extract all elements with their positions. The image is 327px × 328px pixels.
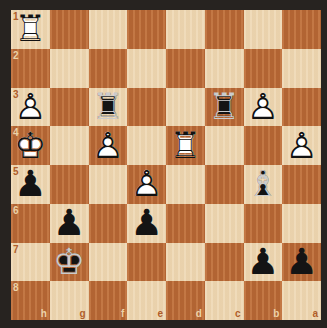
square-b2[interactable] [244, 49, 283, 88]
file-label-b: b [273, 308, 279, 319]
square-g2[interactable] [50, 49, 89, 88]
square-a5[interactable] [282, 165, 321, 204]
square-a2[interactable] [282, 49, 321, 88]
square-h4[interactable]: 4♚♔ [11, 126, 50, 165]
square-g3[interactable] [50, 88, 89, 127]
square-d6[interactable] [166, 204, 205, 243]
white-pawn[interactable]: ♟♙ [127, 165, 166, 204]
square-c3[interactable]: ♜♖ [205, 88, 244, 127]
square-a3[interactable] [282, 88, 321, 127]
square-b1[interactable] [244, 10, 283, 49]
square-e7[interactable] [127, 243, 166, 282]
square-c7[interactable] [205, 243, 244, 282]
square-f3[interactable]: ♜♖ [89, 88, 128, 127]
black-bishop[interactable]: ♝♗ [244, 165, 283, 204]
square-a7[interactable]: ♟ [282, 243, 321, 282]
square-c5[interactable] [205, 165, 244, 204]
square-a1[interactable] [282, 10, 321, 49]
square-e2[interactable] [127, 49, 166, 88]
square-f5[interactable] [89, 165, 128, 204]
black-pawn[interactable]: ♟ [282, 243, 321, 282]
square-h2[interactable]: 2 [11, 49, 50, 88]
file-label-f: f [121, 308, 124, 319]
rank-label-7: 7 [13, 244, 19, 255]
square-f7[interactable] [89, 243, 128, 282]
piece-glyph-outline: ♔ [14, 128, 46, 164]
file-label-d: d [196, 308, 202, 319]
square-g5[interactable] [50, 165, 89, 204]
square-d1[interactable] [166, 10, 205, 49]
piece-glyph-fill: ♟ [130, 205, 162, 241]
piece-glyph-detail: ♔ [53, 244, 85, 280]
square-a4[interactable]: ♟♙ [282, 126, 321, 165]
black-pawn[interactable]: ♟ [11, 165, 50, 204]
square-d5[interactable] [166, 165, 205, 204]
piece-glyph-outline: ♖ [169, 128, 201, 164]
square-h3[interactable]: 3♟♙ [11, 88, 50, 127]
white-rook[interactable]: ♜♖ [11, 10, 50, 49]
piece-glyph-outline: ♙ [92, 128, 124, 164]
rank-label-2: 2 [13, 50, 19, 61]
square-h1[interactable]: 1♜♖ [11, 10, 50, 49]
square-h6[interactable]: 6 [11, 204, 50, 243]
square-e8[interactable]: e [127, 281, 166, 320]
square-b7[interactable]: ♟ [244, 243, 283, 282]
piece-glyph-outline: ♙ [285, 128, 317, 164]
chess-board: 1♜♖23♟♙♜♖♜♖♟♙4♚♔♟♙♜♖♟♙5♟♟♙♝♗6♟♟7♚♔♟♟8hgf… [11, 10, 321, 320]
square-e5[interactable]: ♟♙ [127, 165, 166, 204]
white-pawn[interactable]: ♟♙ [282, 126, 321, 165]
rank-label-8: 8 [13, 282, 19, 293]
black-king[interactable]: ♚♔ [50, 243, 89, 282]
square-h8[interactable]: 8h [11, 281, 50, 320]
white-pawn[interactable]: ♟♙ [89, 126, 128, 165]
square-b8[interactable]: b [244, 281, 283, 320]
piece-glyph-fill: ♟ [285, 244, 317, 280]
square-g4[interactable] [50, 126, 89, 165]
square-a8[interactable]: a [282, 281, 321, 320]
square-c6[interactable] [205, 204, 244, 243]
square-a6[interactable] [282, 204, 321, 243]
piece-glyph-detail: ♗ [247, 166, 279, 202]
square-g8[interactable]: g [50, 281, 89, 320]
square-c4[interactable] [205, 126, 244, 165]
square-g7[interactable]: ♚♔ [50, 243, 89, 282]
piece-glyph-fill: ♟ [14, 166, 46, 202]
square-h7[interactable]: 7 [11, 243, 50, 282]
white-pawn[interactable]: ♟♙ [244, 88, 283, 127]
piece-glyph-detail: ♖ [208, 89, 240, 125]
square-d4[interactable]: ♜♖ [166, 126, 205, 165]
piece-glyph-fill: ♟ [247, 244, 279, 280]
chess-board-screen: 1♜♖23♟♙♜♖♜♖♟♙4♚♔♟♙♜♖♟♙5♟♟♙♝♗6♟♟7♚♔♟♟8hgf… [0, 0, 327, 328]
square-c8[interactable]: c [205, 281, 244, 320]
piece-glyph-detail: ♖ [92, 89, 124, 125]
square-e4[interactable] [127, 126, 166, 165]
white-pawn[interactable]: ♟♙ [11, 88, 50, 127]
file-label-g: g [79, 308, 85, 319]
square-b5[interactable]: ♝♗ [244, 165, 283, 204]
square-b4[interactable] [244, 126, 283, 165]
piece-glyph-outline: ♖ [14, 11, 46, 47]
square-f1[interactable] [89, 10, 128, 49]
black-pawn[interactable]: ♟ [244, 243, 283, 282]
white-rook[interactable]: ♜♖ [166, 126, 205, 165]
black-pawn[interactable]: ♟ [50, 204, 89, 243]
square-g1[interactable] [50, 10, 89, 49]
white-king[interactable]: ♚♔ [11, 126, 50, 165]
square-f6[interactable] [89, 204, 128, 243]
piece-glyph-outline: ♙ [14, 89, 46, 125]
piece-glyph-fill: ♟ [53, 205, 85, 241]
square-h5[interactable]: 5♟ [11, 165, 50, 204]
rank-label-6: 6 [13, 205, 19, 216]
black-rook[interactable]: ♜♖ [205, 88, 244, 127]
square-e1[interactable] [127, 10, 166, 49]
square-f4[interactable]: ♟♙ [89, 126, 128, 165]
square-b3[interactable]: ♟♙ [244, 88, 283, 127]
square-d2[interactable] [166, 49, 205, 88]
square-f8[interactable]: f [89, 281, 128, 320]
piece-glyph-outline: ♙ [130, 166, 162, 202]
square-e3[interactable] [127, 88, 166, 127]
square-d8[interactable]: d [166, 281, 205, 320]
square-c2[interactable] [205, 49, 244, 88]
square-b6[interactable] [244, 204, 283, 243]
square-d3[interactable] [166, 88, 205, 127]
square-d7[interactable] [166, 243, 205, 282]
square-e6[interactable]: ♟ [127, 204, 166, 243]
square-g6[interactable]: ♟ [50, 204, 89, 243]
piece-glyph-outline: ♙ [247, 89, 279, 125]
black-rook[interactable]: ♜♖ [89, 88, 128, 127]
square-c1[interactable] [205, 10, 244, 49]
square-f2[interactable] [89, 49, 128, 88]
file-label-c: c [235, 308, 241, 319]
black-pawn[interactable]: ♟ [127, 204, 166, 243]
file-label-e: e [157, 308, 163, 319]
file-label-a: a [312, 308, 318, 319]
file-label-h: h [41, 308, 47, 319]
